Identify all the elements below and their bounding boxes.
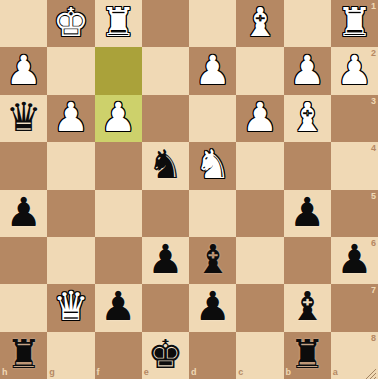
file-label-c: c — [238, 368, 243, 377]
square-c4[interactable] — [236, 142, 283, 189]
file-label-f: f — [97, 368, 100, 377]
black-bishop-piece[interactable]: ♝ — [195, 239, 231, 279]
square-h4[interactable] — [0, 142, 47, 189]
square-a3[interactable]: 3 — [331, 95, 378, 142]
black-rook-piece[interactable]: ♜ — [289, 334, 325, 374]
rank-label-4: 4 — [371, 144, 376, 153]
white-pawn-piece[interactable]: ♟ — [336, 50, 372, 90]
white-queen-piece[interactable]: ♛ — [53, 286, 89, 326]
square-h3[interactable]: ♛ — [0, 95, 47, 142]
black-pawn-piece[interactable]: ♟ — [147, 239, 183, 279]
white-pawn-piece[interactable]: ♟ — [195, 50, 231, 90]
square-g4[interactable] — [47, 142, 94, 189]
square-h8[interactable]: ♜h — [0, 332, 47, 379]
white-rook-piece[interactable]: ♜ — [100, 2, 136, 42]
black-bishop-piece[interactable]: ♝ — [289, 286, 325, 326]
square-h6[interactable] — [0, 237, 47, 284]
square-b1[interactable] — [284, 0, 331, 47]
square-g6[interactable] — [47, 237, 94, 284]
black-queen-piece[interactable]: ♛ — [6, 97, 42, 137]
square-e8[interactable]: ♚e — [142, 332, 189, 379]
square-d4[interactable]: ♞ — [189, 142, 236, 189]
square-b5[interactable]: ♟ — [284, 190, 331, 237]
white-pawn-piece[interactable]: ♟ — [289, 50, 325, 90]
white-bishop-piece[interactable]: ♝ — [242, 2, 278, 42]
square-c8[interactable]: c — [236, 332, 283, 379]
rank-label-5: 5 — [371, 192, 376, 201]
square-e3[interactable] — [142, 95, 189, 142]
black-rook-piece[interactable]: ♜ — [6, 334, 42, 374]
rank-label-8: 8 — [371, 334, 376, 343]
square-b7[interactable]: ♝ — [284, 284, 331, 331]
square-b8[interactable]: ♜b — [284, 332, 331, 379]
square-a2[interactable]: ♟2 — [331, 47, 378, 94]
white-pawn-piece[interactable]: ♟ — [6, 50, 42, 90]
square-g5[interactable] — [47, 190, 94, 237]
square-c5[interactable] — [236, 190, 283, 237]
square-a5[interactable]: 5 — [331, 190, 378, 237]
square-b4[interactable] — [284, 142, 331, 189]
square-e6[interactable]: ♟ — [142, 237, 189, 284]
square-h2[interactable]: ♟ — [0, 47, 47, 94]
square-c6[interactable] — [236, 237, 283, 284]
rank-label-7: 7 — [371, 286, 376, 295]
file-label-d: d — [191, 368, 197, 377]
black-pawn-piece[interactable]: ♟ — [6, 192, 42, 232]
square-f1[interactable]: ♜ — [95, 0, 142, 47]
square-a1[interactable]: ♜1 — [331, 0, 378, 47]
file-label-g: g — [49, 368, 55, 377]
white-rook-piece[interactable]: ♜ — [336, 2, 372, 42]
white-pawn-piece[interactable]: ♟ — [242, 97, 278, 137]
square-e5[interactable] — [142, 190, 189, 237]
square-g3[interactable]: ♟ — [47, 95, 94, 142]
black-knight-piece[interactable]: ♞ — [147, 144, 183, 184]
square-f6[interactable] — [95, 237, 142, 284]
white-knight-piece[interactable]: ♞ — [195, 144, 231, 184]
square-f3[interactable]: ♟ — [95, 95, 142, 142]
square-f5[interactable] — [95, 190, 142, 237]
square-g1[interactable]: ♚ — [47, 0, 94, 47]
square-h1[interactable] — [0, 0, 47, 47]
square-h7[interactable] — [0, 284, 47, 331]
black-pawn-piece[interactable]: ♟ — [289, 192, 325, 232]
square-e2[interactable] — [142, 47, 189, 94]
chess-board: ♚♜♝♜1♟♟♟♟2♛♟♟♟♝3♞♞4♟♟5♟♝♟6♛♟♟♝7♜hgf♚edc♜… — [0, 0, 378, 379]
square-d5[interactable] — [189, 190, 236, 237]
square-a6[interactable]: ♟6 — [331, 237, 378, 284]
square-a7[interactable]: 7 — [331, 284, 378, 331]
black-pawn-piece[interactable]: ♟ — [336, 239, 372, 279]
white-pawn-piece[interactable]: ♟ — [53, 97, 89, 137]
square-c1[interactable]: ♝ — [236, 0, 283, 47]
white-bishop-piece[interactable]: ♝ — [289, 97, 325, 137]
square-g7[interactable]: ♛ — [47, 284, 94, 331]
square-e7[interactable] — [142, 284, 189, 331]
square-g2[interactable] — [47, 47, 94, 94]
black-pawn-piece[interactable]: ♟ — [100, 286, 136, 326]
square-f8[interactable]: f — [95, 332, 142, 379]
square-b3[interactable]: ♝ — [284, 95, 331, 142]
square-f4[interactable] — [95, 142, 142, 189]
rank-label-3: 3 — [371, 97, 376, 106]
square-h5[interactable]: ♟ — [0, 190, 47, 237]
square-e4[interactable]: ♞ — [142, 142, 189, 189]
white-pawn-piece[interactable]: ♟ — [100, 97, 136, 137]
square-f2[interactable] — [95, 47, 142, 94]
square-d8[interactable]: d — [189, 332, 236, 379]
square-d7[interactable]: ♟ — [189, 284, 236, 331]
square-d6[interactable]: ♝ — [189, 237, 236, 284]
square-b6[interactable] — [284, 237, 331, 284]
square-d3[interactable] — [189, 95, 236, 142]
square-e1[interactable] — [142, 0, 189, 47]
square-c3[interactable]: ♟ — [236, 95, 283, 142]
white-king-piece[interactable]: ♚ — [53, 2, 89, 42]
square-b2[interactable]: ♟ — [284, 47, 331, 94]
square-d1[interactable] — [189, 0, 236, 47]
square-c2[interactable] — [236, 47, 283, 94]
board-resize-handle-icon[interactable] — [365, 366, 377, 378]
square-a4[interactable]: 4 — [331, 142, 378, 189]
square-f7[interactable]: ♟ — [95, 284, 142, 331]
square-d2[interactable]: ♟ — [189, 47, 236, 94]
black-pawn-piece[interactable]: ♟ — [195, 286, 231, 326]
square-g8[interactable]: g — [47, 332, 94, 379]
square-c7[interactable] — [236, 284, 283, 331]
black-king-piece[interactable]: ♚ — [147, 334, 183, 374]
file-label-a: a — [333, 368, 338, 377]
